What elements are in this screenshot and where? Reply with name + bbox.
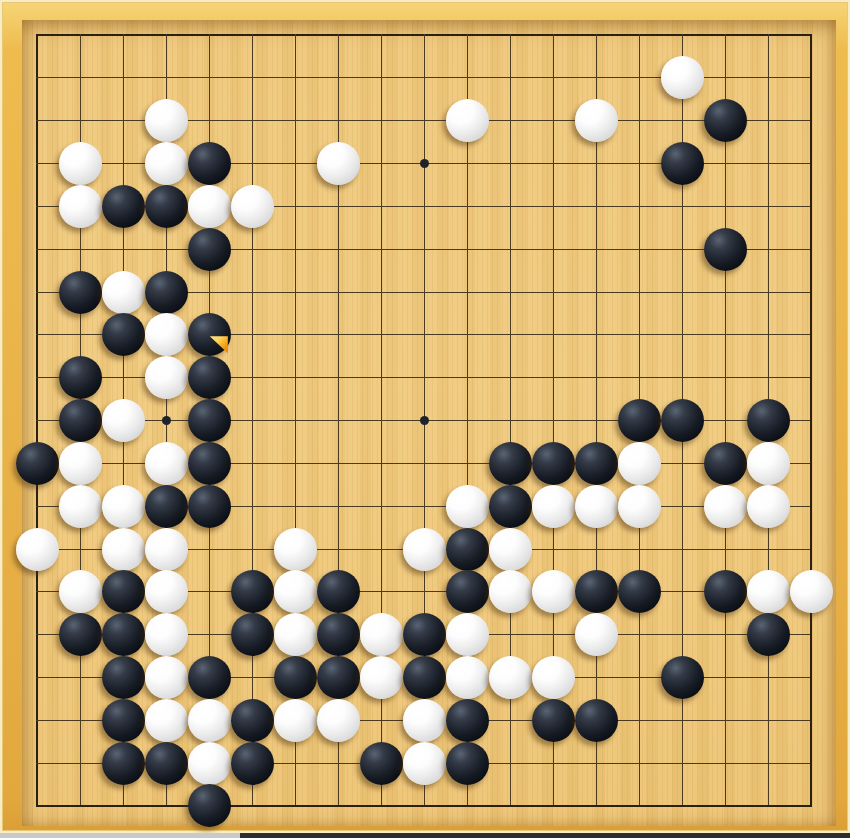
stone-white-S9	[747, 442, 790, 485]
stone-black-S10	[747, 399, 790, 442]
stone-white-J4	[360, 656, 403, 699]
stone-white-K2	[403, 742, 446, 785]
stone-black-F6	[231, 570, 274, 613]
stone-white-L5	[446, 613, 489, 656]
stone-white-D5	[145, 613, 188, 656]
stone-black-R17	[704, 99, 747, 142]
stone-white-D16	[145, 142, 188, 185]
stone-white-E15	[188, 185, 231, 228]
stone-black-Q4	[661, 656, 704, 699]
stone-white-G3	[274, 699, 317, 742]
stone-black-E8	[188, 485, 231, 528]
stone-black-C3	[102, 699, 145, 742]
stone-white-D6	[145, 570, 188, 613]
stone-black-D13	[145, 271, 188, 314]
stone-white-F15	[231, 185, 274, 228]
stone-black-R14	[704, 228, 747, 271]
stone-black-A9	[16, 442, 59, 485]
stone-white-B8	[59, 485, 102, 528]
stone-black-L3	[446, 699, 489, 742]
stone-white-J5	[360, 613, 403, 656]
stone-white-T6	[790, 570, 833, 613]
stone-white-S6	[747, 570, 790, 613]
stone-white-G5	[274, 613, 317, 656]
stone-white-O5	[575, 613, 618, 656]
stone-black-E9	[188, 442, 231, 485]
stone-black-C6	[102, 570, 145, 613]
stone-black-H4	[317, 656, 360, 699]
stone-white-G7	[274, 528, 317, 571]
stone-black-B11	[59, 356, 102, 399]
stone-white-M7	[489, 528, 532, 571]
stone-black-E12	[188, 313, 231, 356]
stone-white-D7	[145, 528, 188, 571]
grid-line-vertical	[725, 34, 726, 807]
stone-black-H5	[317, 613, 360, 656]
stone-white-L17	[446, 99, 489, 142]
stone-white-M4	[489, 656, 532, 699]
stone-white-C10	[102, 399, 145, 442]
stone-black-P10	[618, 399, 661, 442]
stone-white-D9	[145, 442, 188, 485]
grid-line-horizontal	[36, 805, 812, 807]
stone-white-B15	[59, 185, 102, 228]
stone-black-Q16	[661, 142, 704, 185]
stone-black-O9	[575, 442, 618, 485]
stone-black-E11	[188, 356, 231, 399]
stone-black-E4	[188, 656, 231, 699]
stone-white-E3	[188, 699, 231, 742]
stone-black-E10	[188, 399, 231, 442]
stone-black-Q10	[661, 399, 704, 442]
stone-white-M6	[489, 570, 532, 613]
stone-black-O6	[575, 570, 618, 613]
stone-black-L6	[446, 570, 489, 613]
go-app-window	[0, 0, 850, 838]
star-point	[420, 416, 429, 425]
stone-black-D15	[145, 185, 188, 228]
star-point	[162, 416, 171, 425]
stone-white-N8	[532, 485, 575, 528]
stone-black-E16	[188, 142, 231, 185]
stone-white-N4	[532, 656, 575, 699]
stone-white-O17	[575, 99, 618, 142]
stone-white-L8	[446, 485, 489, 528]
stone-white-B16	[59, 142, 102, 185]
stone-white-P8	[618, 485, 661, 528]
stone-black-M9	[489, 442, 532, 485]
stone-black-B10	[59, 399, 102, 442]
stone-white-S8	[747, 485, 790, 528]
stone-black-G4	[274, 656, 317, 699]
stone-black-S5	[747, 613, 790, 656]
stone-black-D8	[145, 485, 188, 528]
stone-white-D12	[145, 313, 188, 356]
stone-black-K5	[403, 613, 446, 656]
stone-black-B13	[59, 271, 102, 314]
stone-black-N3	[532, 699, 575, 742]
stone-white-C7	[102, 528, 145, 571]
stone-white-A7	[16, 528, 59, 571]
stone-white-O8	[575, 485, 618, 528]
stone-white-D4	[145, 656, 188, 699]
stone-white-G6	[274, 570, 317, 613]
stone-black-E1	[188, 784, 231, 827]
stone-black-O3	[575, 699, 618, 742]
stone-white-L4	[446, 656, 489, 699]
stone-white-K3	[403, 699, 446, 742]
stone-black-E14	[188, 228, 231, 271]
stone-white-H3	[317, 699, 360, 742]
stone-black-N9	[532, 442, 575, 485]
stone-black-P6	[618, 570, 661, 613]
stone-white-D11	[145, 356, 188, 399]
stone-white-B6	[59, 570, 102, 613]
stone-black-F5	[231, 613, 274, 656]
stone-white-Q18	[661, 56, 704, 99]
stone-black-B5	[59, 613, 102, 656]
stone-white-C8	[102, 485, 145, 528]
stone-black-M8	[489, 485, 532, 528]
stone-black-C15	[102, 185, 145, 228]
stone-black-C12	[102, 313, 145, 356]
stone-black-R9	[704, 442, 747, 485]
stone-white-D3	[145, 699, 188, 742]
stone-black-R6	[704, 570, 747, 613]
stone-white-C13	[102, 271, 145, 314]
stone-black-L7	[446, 528, 489, 571]
stone-black-F3	[231, 699, 274, 742]
stone-black-F2	[231, 742, 274, 785]
stone-black-J2	[360, 742, 403, 785]
stone-black-D2	[145, 742, 188, 785]
grid-line-vertical	[596, 34, 597, 807]
stone-white-P9	[618, 442, 661, 485]
stone-black-C5	[102, 613, 145, 656]
stone-black-C2	[102, 742, 145, 785]
stone-black-K4	[403, 656, 446, 699]
stone-white-N6	[532, 570, 575, 613]
stone-white-K7	[403, 528, 446, 571]
stone-black-L2	[446, 742, 489, 785]
star-point	[420, 159, 429, 168]
stone-white-B9	[59, 442, 102, 485]
stone-black-C4	[102, 656, 145, 699]
stone-black-H6	[317, 570, 360, 613]
grid-line-vertical	[810, 34, 812, 807]
stone-white-R8	[704, 485, 747, 528]
window-edge-dark	[240, 833, 850, 838]
stone-white-E2	[188, 742, 231, 785]
window-edge-light	[0, 833, 850, 838]
stone-white-D17	[145, 99, 188, 142]
stone-white-H16	[317, 142, 360, 185]
